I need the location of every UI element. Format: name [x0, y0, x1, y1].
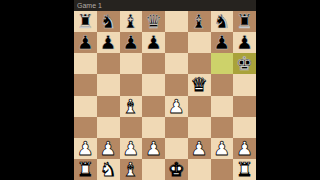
square-d3[interactable] — [142, 117, 165, 138]
square-d1[interactable] — [142, 159, 165, 180]
square-a8[interactable]: ♜ — [74, 11, 97, 32]
chess-board[interactable]: ♜♞♝♛♝♞♜♟♟♟♟♟♟♚♛♝♟♟♟♟♟♟♟♟♜♞♝♚♜ — [74, 11, 256, 180]
white-pawn: ♟ — [122, 138, 139, 159]
game-title-bar: Game 1 — [74, 0, 256, 11]
square-b8[interactable]: ♞ — [97, 11, 120, 32]
square-c1[interactable]: ♝ — [120, 159, 143, 180]
square-a6[interactable] — [74, 53, 97, 74]
video-frame: Game 1 ♜♞♝♛♝♞♜♟♟♟♟♟♟♚♛♝♟♟♟♟♟♟♟♟♜♞♝♚♜ — [0, 0, 320, 180]
square-g1[interactable] — [211, 159, 234, 180]
square-h4[interactable] — [233, 96, 256, 117]
white-pawn: ♟ — [100, 138, 117, 159]
game-panel: Game 1 ♜♞♝♛♝♞♜♟♟♟♟♟♟♚♛♝♟♟♟♟♟♟♟♟♜♞♝♚♜ — [74, 0, 256, 180]
black-pawn: ♟ — [100, 32, 117, 53]
square-c3[interactable] — [120, 117, 143, 138]
square-h1[interactable]: ♜ — [233, 159, 256, 180]
square-d6[interactable] — [142, 53, 165, 74]
white-pawn: ♟ — [213, 138, 230, 159]
square-e2[interactable] — [165, 138, 188, 159]
white-king: ♚ — [168, 159, 185, 180]
square-f1[interactable] — [188, 159, 211, 180]
square-f5[interactable]: ♛ — [188, 74, 211, 95]
square-e1[interactable]: ♚ — [165, 159, 188, 180]
square-a7[interactable]: ♟ — [74, 32, 97, 53]
white-pawn: ♟ — [145, 138, 162, 159]
square-a5[interactable] — [74, 74, 97, 95]
black-rook: ♜ — [236, 11, 253, 32]
square-h7[interactable]: ♟ — [233, 32, 256, 53]
square-b4[interactable] — [97, 96, 120, 117]
square-g6[interactable] — [211, 53, 234, 74]
square-b2[interactable]: ♟ — [97, 138, 120, 159]
black-king: ♚ — [236, 53, 253, 74]
square-c6[interactable] — [120, 53, 143, 74]
square-c5[interactable] — [120, 74, 143, 95]
white-pawn: ♟ — [77, 138, 94, 159]
square-c2[interactable]: ♟ — [120, 138, 143, 159]
white-rook: ♜ — [236, 159, 253, 180]
black-knight: ♞ — [213, 11, 230, 32]
square-b1[interactable]: ♞ — [97, 159, 120, 180]
square-d8[interactable]: ♛ — [142, 11, 165, 32]
square-a3[interactable] — [74, 117, 97, 138]
square-h8[interactable]: ♜ — [233, 11, 256, 32]
white-pawn: ♟ — [191, 138, 208, 159]
square-g2[interactable]: ♟ — [211, 138, 234, 159]
white-bishop: ♝ — [122, 159, 139, 180]
square-e5[interactable] — [165, 74, 188, 95]
square-h6[interactable]: ♚ — [233, 53, 256, 74]
black-pawn: ♟ — [77, 32, 94, 53]
square-f2[interactable]: ♟ — [188, 138, 211, 159]
square-f4[interactable] — [188, 96, 211, 117]
square-b6[interactable] — [97, 53, 120, 74]
square-e3[interactable] — [165, 117, 188, 138]
black-pawn: ♟ — [145, 32, 162, 53]
square-d4[interactable] — [142, 96, 165, 117]
square-a1[interactable]: ♜ — [74, 159, 97, 180]
white-rook: ♜ — [77, 159, 94, 180]
square-f8[interactable]: ♝ — [188, 11, 211, 32]
square-c4[interactable]: ♝ — [120, 96, 143, 117]
black-pawn: ♟ — [213, 32, 230, 53]
square-g5[interactable] — [211, 74, 234, 95]
square-c8[interactable]: ♝ — [120, 11, 143, 32]
square-g3[interactable] — [211, 117, 234, 138]
black-knight: ♞ — [100, 11, 117, 32]
square-e4[interactable]: ♟ — [165, 96, 188, 117]
white-knight: ♞ — [100, 159, 117, 180]
black-pawn: ♟ — [236, 32, 253, 53]
square-h2[interactable]: ♟ — [233, 138, 256, 159]
square-e6[interactable] — [165, 53, 188, 74]
black-pawn: ♟ — [122, 32, 139, 53]
square-h5[interactable] — [233, 74, 256, 95]
black-bishop: ♝ — [122, 11, 139, 32]
square-b3[interactable] — [97, 117, 120, 138]
square-b7[interactable]: ♟ — [97, 32, 120, 53]
white-pawn: ♟ — [168, 96, 185, 117]
white-queen: ♛ — [191, 74, 208, 95]
square-g8[interactable]: ♞ — [211, 11, 234, 32]
square-a4[interactable] — [74, 96, 97, 117]
white-bishop: ♝ — [122, 96, 139, 117]
square-d5[interactable] — [142, 74, 165, 95]
game-title: Game 1 — [77, 2, 102, 9]
square-a2[interactable]: ♟ — [74, 138, 97, 159]
square-f7[interactable] — [188, 32, 211, 53]
white-pawn: ♟ — [236, 138, 253, 159]
square-g4[interactable] — [211, 96, 234, 117]
square-e8[interactable] — [165, 11, 188, 32]
black-rook: ♜ — [77, 11, 94, 32]
square-d2[interactable]: ♟ — [142, 138, 165, 159]
square-f3[interactable] — [188, 117, 211, 138]
square-b5[interactable] — [97, 74, 120, 95]
square-e7[interactable] — [165, 32, 188, 53]
square-h3[interactable] — [233, 117, 256, 138]
black-queen: ♛ — [145, 11, 162, 32]
square-d7[interactable]: ♟ — [142, 32, 165, 53]
square-c7[interactable]: ♟ — [120, 32, 143, 53]
square-g7[interactable]: ♟ — [211, 32, 234, 53]
square-f6[interactable] — [188, 53, 211, 74]
black-bishop: ♝ — [191, 11, 208, 32]
